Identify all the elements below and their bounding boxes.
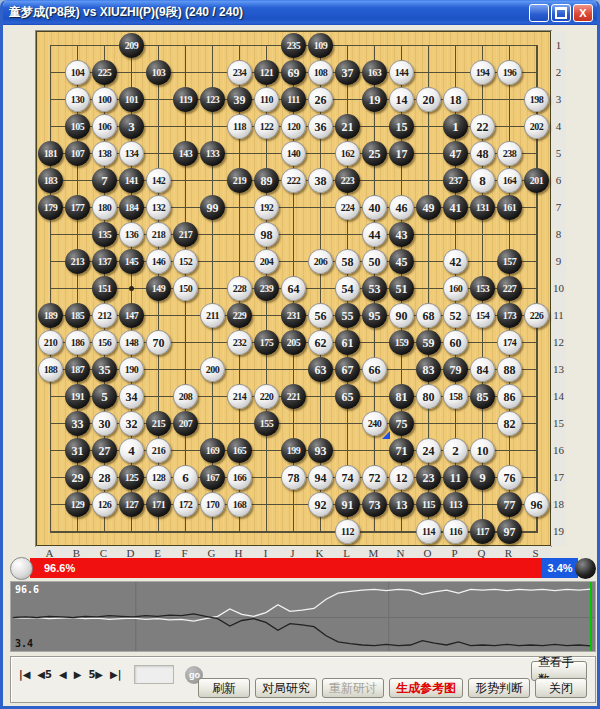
stone-H10: 228 <box>227 276 252 301</box>
stone-M3: 19 <box>362 87 387 112</box>
stone-L13: 67 <box>335 357 360 382</box>
stone-L19: 112 <box>335 519 360 544</box>
stone-L5: 162 <box>335 141 360 166</box>
stone-B11: 185 <box>65 303 90 328</box>
stone-D18: 127 <box>119 492 144 517</box>
white-stone-icon <box>10 557 33 580</box>
stone-K1: 109 <box>308 33 333 58</box>
stone-D13: 190 <box>119 357 144 382</box>
winrate-graph[interactable]: 96.6 3.4 <box>10 581 596 652</box>
stone-C18: 126 <box>92 492 117 517</box>
stone-E15: 215 <box>146 411 171 436</box>
stone-S6: 201 <box>524 168 549 193</box>
stone-C4: 106 <box>92 114 117 139</box>
stone-N15: 75 <box>389 411 414 436</box>
stone-P9: 42 <box>443 249 468 274</box>
star-point <box>129 286 134 291</box>
stone-N16: 71 <box>389 438 414 463</box>
stone-H3: 39 <box>227 87 252 112</box>
stone-I4: 122 <box>254 114 279 139</box>
stone-K4: 36 <box>308 114 333 139</box>
stone-F10: 150 <box>173 276 198 301</box>
stone-D5: 134 <box>119 141 144 166</box>
stone-L11: 55 <box>335 303 360 328</box>
stone-M15: 240 <box>362 411 387 436</box>
stone-I12: 175 <box>254 330 279 355</box>
stone-H17: 166 <box>227 465 252 490</box>
stone-J10: 64 <box>281 276 306 301</box>
stone-N3: 14 <box>389 87 414 112</box>
stone-C8: 135 <box>92 222 117 247</box>
action-buttons: 刷新对局研究重新研讨生成参考图形势判断关闭 <box>198 678 587 698</box>
maximize-button[interactable] <box>551 4 571 22</box>
stone-A12: 210 <box>38 330 63 355</box>
stone-C16: 27 <box>92 438 117 463</box>
stone-N9: 45 <box>389 249 414 274</box>
stone-L12: 61 <box>335 330 360 355</box>
stone-Q10: 153 <box>470 276 495 301</box>
button-对局研究[interactable]: 对局研究 <box>255 678 317 698</box>
stone-M13: 66 <box>362 357 387 382</box>
button-生成参考图[interactable]: 生成参考图 <box>389 678 463 698</box>
stone-B12: 186 <box>65 330 90 355</box>
stone-C17: 28 <box>92 465 117 490</box>
graph-min-label: 3.4 <box>15 638 33 649</box>
stone-K16: 93 <box>308 438 333 463</box>
stone-B15: 33 <box>65 411 90 436</box>
stone-K18: 92 <box>308 492 333 517</box>
stone-R13: 88 <box>497 357 522 382</box>
stone-R14: 86 <box>497 384 522 409</box>
stone-I2: 121 <box>254 60 279 85</box>
stone-F18: 172 <box>173 492 198 517</box>
stone-N12: 159 <box>389 330 414 355</box>
maximize-icon <box>555 7 567 19</box>
stone-J11: 231 <box>281 303 306 328</box>
stone-R10: 227 <box>497 276 522 301</box>
move-navigation: |◀ ◀5 ◀ ▶ 5▶ ▶| go <box>19 665 203 684</box>
stone-E10: 149 <box>146 276 171 301</box>
stone-O11: 68 <box>416 303 441 328</box>
stone-R12: 174 <box>497 330 522 355</box>
button-重新研讨[interactable]: 重新研讨 <box>322 678 384 698</box>
stone-O17: 23 <box>416 465 441 490</box>
stone-N18: 13 <box>389 492 414 517</box>
stone-D11: 147 <box>119 303 144 328</box>
stone-F3: 119 <box>173 87 198 112</box>
white-winrate-label: 96.6% <box>44 562 75 574</box>
stone-A7: 179 <box>38 195 63 220</box>
stone-E6: 142 <box>146 168 171 193</box>
stone-P3: 18 <box>443 87 468 112</box>
control-panel: |◀ ◀5 ◀ ▶ 5▶ ▶| go 查看手数 刷新对局研究重新研讨生成参考图形… <box>10 656 596 703</box>
stone-C11: 212 <box>92 303 117 328</box>
stone-D6: 141 <box>119 168 144 193</box>
stone-B2: 104 <box>65 60 90 85</box>
stone-I14: 220 <box>254 384 279 409</box>
white-winrate-segment: 96.6% <box>30 558 542 578</box>
stone-D7: 184 <box>119 195 144 220</box>
stone-C9: 137 <box>92 249 117 274</box>
stone-B7: 177 <box>65 195 90 220</box>
stone-O3: 20 <box>416 87 441 112</box>
stone-E18: 171 <box>146 492 171 517</box>
stone-Q19: 117 <box>470 519 495 544</box>
stone-D1: 209 <box>119 33 144 58</box>
stone-M11: 95 <box>362 303 387 328</box>
stone-P14: 158 <box>443 384 468 409</box>
stone-H4: 118 <box>227 114 252 139</box>
button-形势判断[interactable]: 形势判断 <box>468 678 530 698</box>
stone-G16: 169 <box>200 438 225 463</box>
stone-I15: 155 <box>254 411 279 436</box>
stone-P16: 2 <box>443 438 468 463</box>
stone-S4: 202 <box>524 114 549 139</box>
forward-1-button[interactable]: ▶ <box>74 669 82 680</box>
stone-K9: 206 <box>308 249 333 274</box>
stone-R17: 76 <box>497 465 522 490</box>
stone-O7: 49 <box>416 195 441 220</box>
black-winrate-label: 3.4% <box>547 562 572 574</box>
stone-B13: 187 <box>65 357 90 382</box>
stone-D12: 148 <box>119 330 144 355</box>
stone-J16: 199 <box>281 438 306 463</box>
stone-L18: 91 <box>335 492 360 517</box>
stone-N8: 43 <box>389 222 414 247</box>
stone-B18: 129 <box>65 492 90 517</box>
stone-H16: 165 <box>227 438 252 463</box>
stone-D15: 32 <box>119 411 144 436</box>
stone-C12: 156 <box>92 330 117 355</box>
stone-B16: 31 <box>65 438 90 463</box>
stone-M9: 50 <box>362 249 387 274</box>
stone-P12: 60 <box>443 330 468 355</box>
stone-P7: 41 <box>443 195 468 220</box>
stone-N11: 90 <box>389 303 414 328</box>
stone-J14: 221 <box>281 384 306 409</box>
stone-C6: 7 <box>92 168 117 193</box>
forward-5-button[interactable]: 5▶ <box>88 669 103 680</box>
stone-G13: 200 <box>200 357 225 382</box>
stone-E17: 128 <box>146 465 171 490</box>
stone-H2: 234 <box>227 60 252 85</box>
stone-A11: 189 <box>38 303 63 328</box>
stone-H11: 229 <box>227 303 252 328</box>
stone-J12: 205 <box>281 330 306 355</box>
stone-N7: 46 <box>389 195 414 220</box>
stone-R15: 82 <box>497 411 522 436</box>
stone-M18: 73 <box>362 492 387 517</box>
stone-Q17: 9 <box>470 465 495 490</box>
stone-E7: 132 <box>146 195 171 220</box>
stone-D14: 34 <box>119 384 144 409</box>
stone-I6: 89 <box>254 168 279 193</box>
stone-F15: 207 <box>173 411 198 436</box>
stone-H6: 219 <box>227 168 252 193</box>
stone-O13: 83 <box>416 357 441 382</box>
stone-M8: 44 <box>362 222 387 247</box>
stone-B3: 130 <box>65 87 90 112</box>
stone-I3: 110 <box>254 87 279 112</box>
stone-K13: 63 <box>308 357 333 382</box>
stone-P6: 237 <box>443 168 468 193</box>
stone-D17: 125 <box>119 465 144 490</box>
stone-B4: 105 <box>65 114 90 139</box>
stone-Q5: 48 <box>470 141 495 166</box>
stone-D8: 136 <box>119 222 144 247</box>
stone-A6: 183 <box>38 168 63 193</box>
window-title: 童梦成(P8段) vs XIUZHI(P)(9段) (240 / 240) <box>9 4 529 21</box>
stone-Q6: 8 <box>470 168 495 193</box>
stone-O12: 59 <box>416 330 441 355</box>
stone-K6: 38 <box>308 168 333 193</box>
stone-E16: 216 <box>146 438 171 463</box>
last-move-marker-icon <box>382 431 390 439</box>
stone-J1: 235 <box>281 33 306 58</box>
stone-K11: 56 <box>308 303 333 328</box>
stone-P17: 11 <box>443 465 468 490</box>
stone-D16: 4 <box>119 438 144 463</box>
stone-P5: 47 <box>443 141 468 166</box>
stone-G18: 170 <box>200 492 225 517</box>
stone-M17: 72 <box>362 465 387 490</box>
stone-G3: 123 <box>200 87 225 112</box>
stone-Q13: 84 <box>470 357 495 382</box>
stone-L6: 223 <box>335 168 360 193</box>
stone-L9: 58 <box>335 249 360 274</box>
stone-O14: 80 <box>416 384 441 409</box>
stone-M2: 163 <box>362 60 387 85</box>
stone-G11: 211 <box>200 303 225 328</box>
close-button[interactable]: X <box>573 4 593 22</box>
stone-D9: 145 <box>119 249 144 274</box>
stone-K3: 26 <box>308 87 333 112</box>
stone-P18: 113 <box>443 492 468 517</box>
first-move-button[interactable]: |◀ <box>19 669 30 680</box>
stone-F5: 143 <box>173 141 198 166</box>
stone-E12: 70 <box>146 330 171 355</box>
stone-R9: 157 <box>497 249 522 274</box>
black-winrate-segment: 3.4% <box>542 558 578 578</box>
stone-L10: 54 <box>335 276 360 301</box>
stone-B5: 107 <box>65 141 90 166</box>
go-board[interactable]: 2092351091042251032341216910837163144194… <box>36 31 551 546</box>
stone-J2: 69 <box>281 60 306 85</box>
minimize-button[interactable]: _ <box>529 4 549 22</box>
stone-P13: 79 <box>443 357 468 382</box>
stone-P11: 52 <box>443 303 468 328</box>
stone-H18: 168 <box>227 492 252 517</box>
stone-E9: 146 <box>146 249 171 274</box>
move-number-input[interactable] <box>134 665 174 684</box>
stone-E8: 218 <box>146 222 171 247</box>
stone-Q16: 10 <box>470 438 495 463</box>
stone-J6: 222 <box>281 168 306 193</box>
stone-S11: 226 <box>524 303 549 328</box>
stone-C14: 5 <box>92 384 117 409</box>
stone-P10: 160 <box>443 276 468 301</box>
stone-S3: 198 <box>524 87 549 112</box>
stone-R2: 196 <box>497 60 522 85</box>
row-labels: 12345678910111213141516171819 <box>551 31 566 546</box>
last-move-button[interactable]: ▶| <box>110 669 121 680</box>
stone-E2: 103 <box>146 60 171 85</box>
stone-B9: 213 <box>65 249 90 274</box>
stone-J4: 120 <box>281 114 306 139</box>
back-1-button[interactable]: ◀ <box>59 669 67 680</box>
stone-N2: 144 <box>389 60 414 85</box>
stone-N4: 15 <box>389 114 414 139</box>
stone-C5: 138 <box>92 141 117 166</box>
stone-P19: 116 <box>443 519 468 544</box>
stone-D3: 101 <box>119 87 144 112</box>
stone-C3: 100 <box>92 87 117 112</box>
stone-Q4: 22 <box>470 114 495 139</box>
stone-F8: 217 <box>173 222 198 247</box>
stone-C13: 35 <box>92 357 117 382</box>
stone-F17: 6 <box>173 465 198 490</box>
stone-M7: 40 <box>362 195 387 220</box>
stone-J3: 111 <box>281 87 306 112</box>
stone-Q11: 154 <box>470 303 495 328</box>
stone-N5: 17 <box>389 141 414 166</box>
stone-R18: 77 <box>497 492 522 517</box>
back-5-button[interactable]: ◀5 <box>37 669 52 680</box>
stone-P4: 1 <box>443 114 468 139</box>
button-关闭[interactable]: 关闭 <box>535 678 587 698</box>
stone-I10: 239 <box>254 276 279 301</box>
stone-L2: 37 <box>335 60 360 85</box>
stone-K17: 94 <box>308 465 333 490</box>
stone-H14: 214 <box>227 384 252 409</box>
stone-C7: 180 <box>92 195 117 220</box>
stone-I7: 192 <box>254 195 279 220</box>
stone-Q14: 85 <box>470 384 495 409</box>
stone-N17: 12 <box>389 465 414 490</box>
title-bar: 童梦成(P8段) vs XIUZHI(P)(9段) (240 / 240) _ … <box>3 0 597 25</box>
stone-M10: 53 <box>362 276 387 301</box>
stone-K2: 108 <box>308 60 333 85</box>
button-刷新[interactable]: 刷新 <box>198 678 250 698</box>
app-window: 童梦成(P8段) vs XIUZHI(P)(9段) (240 / 240) _ … <box>0 0 600 709</box>
stone-L17: 74 <box>335 465 360 490</box>
stone-N14: 81 <box>389 384 414 409</box>
stone-R11: 173 <box>497 303 522 328</box>
stone-C2: 225 <box>92 60 117 85</box>
stone-L7: 224 <box>335 195 360 220</box>
stone-O18: 115 <box>416 492 441 517</box>
stone-I8: 98 <box>254 222 279 247</box>
stone-O16: 24 <box>416 438 441 463</box>
stone-R5: 238 <box>497 141 522 166</box>
stone-C15: 30 <box>92 411 117 436</box>
stone-G5: 133 <box>200 141 225 166</box>
winrate-bar: 96.6% 3.4% <box>10 557 596 579</box>
stone-G17: 167 <box>200 465 225 490</box>
stone-O19: 114 <box>416 519 441 544</box>
graph-max-label: 96.6 <box>15 584 39 595</box>
stone-J17: 78 <box>281 465 306 490</box>
stone-F9: 152 <box>173 249 198 274</box>
stone-K12: 62 <box>308 330 333 355</box>
black-stone-icon <box>575 558 596 579</box>
stone-A5: 181 <box>38 141 63 166</box>
stone-M5: 25 <box>362 141 387 166</box>
stone-L4: 21 <box>335 114 360 139</box>
stone-Q7: 131 <box>470 195 495 220</box>
stone-A13: 188 <box>38 357 63 382</box>
stone-G7: 99 <box>200 195 225 220</box>
stone-B17: 29 <box>65 465 90 490</box>
stone-N10: 51 <box>389 276 414 301</box>
stone-Q2: 194 <box>470 60 495 85</box>
stone-C10: 151 <box>92 276 117 301</box>
stone-F14: 208 <box>173 384 198 409</box>
stone-S18: 96 <box>524 492 549 517</box>
stone-H12: 232 <box>227 330 252 355</box>
stone-B14: 191 <box>65 384 90 409</box>
stone-R6: 164 <box>497 168 522 193</box>
stone-R19: 97 <box>497 519 522 544</box>
stone-I9: 204 <box>254 249 279 274</box>
stone-J5: 140 <box>281 141 306 166</box>
stone-D4: 3 <box>119 114 144 139</box>
stone-R7: 161 <box>497 195 522 220</box>
stone-L14: 65 <box>335 384 360 409</box>
